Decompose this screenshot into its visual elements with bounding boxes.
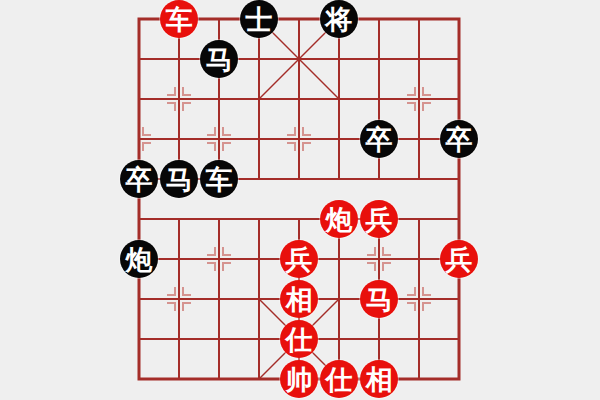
position-marker [223,263,231,271]
position-marker [167,303,175,311]
position-marker [207,247,215,255]
position-marker [423,87,431,95]
position-marker [223,143,231,151]
piece-red-advisor[interactable]: 仕 [320,360,358,398]
piece-red-cannon[interactable]: 炮 [320,200,358,238]
position-marker [207,143,215,151]
position-marker [383,263,391,271]
position-marker [143,127,151,135]
position-marker [207,127,215,135]
piece-red-chariot[interactable]: 车 [160,0,198,38]
piece-black-soldier[interactable]: 卒 [120,160,158,198]
position-marker [287,143,295,151]
piece-red-soldier[interactable]: 兵 [280,240,318,278]
position-marker [183,303,191,311]
piece-black-horse[interactable]: 马 [160,160,198,198]
piece-black-horse[interactable]: 马 [200,40,238,78]
position-marker [367,263,375,271]
position-marker [223,247,231,255]
position-marker [143,143,151,151]
piece-black-advisor[interactable]: 士 [240,0,278,38]
piece-red-horse[interactable]: 马 [360,280,398,318]
piece-black-general[interactable]: 将 [320,0,358,38]
position-marker [367,247,375,255]
position-marker [407,287,415,295]
position-marker [167,103,175,111]
position-marker [407,303,415,311]
position-marker [383,247,391,255]
position-marker [167,87,175,95]
piece-red-elephant[interactable]: 相 [280,280,318,318]
position-marker [407,103,415,111]
piece-black-cannon[interactable]: 炮 [120,240,158,278]
position-marker [207,263,215,271]
position-marker [423,287,431,295]
piece-black-soldier[interactable]: 卒 [440,120,478,158]
position-marker [223,127,231,135]
position-marker [423,103,431,111]
position-marker [423,303,431,311]
position-marker [183,87,191,95]
position-marker [407,87,415,95]
piece-red-soldier[interactable]: 兵 [440,240,478,278]
position-marker [183,103,191,111]
piece-black-soldier[interactable]: 卒 [360,120,398,158]
piece-red-elephant[interactable]: 相 [360,360,398,398]
position-marker [167,287,175,295]
piece-red-advisor[interactable]: 仕 [280,320,318,358]
piece-red-soldier[interactable]: 兵 [360,200,398,238]
piece-black-chariot[interactable]: 车 [200,160,238,198]
xiangqi-board-screen: 车士将马卒卒卒马车炮兵炮兵兵相马仕帅仕相 [0,0,600,400]
position-marker [303,143,311,151]
position-marker [183,287,191,295]
position-marker [303,127,311,135]
position-marker [287,127,295,135]
piece-red-general[interactable]: 帅 [280,360,318,398]
